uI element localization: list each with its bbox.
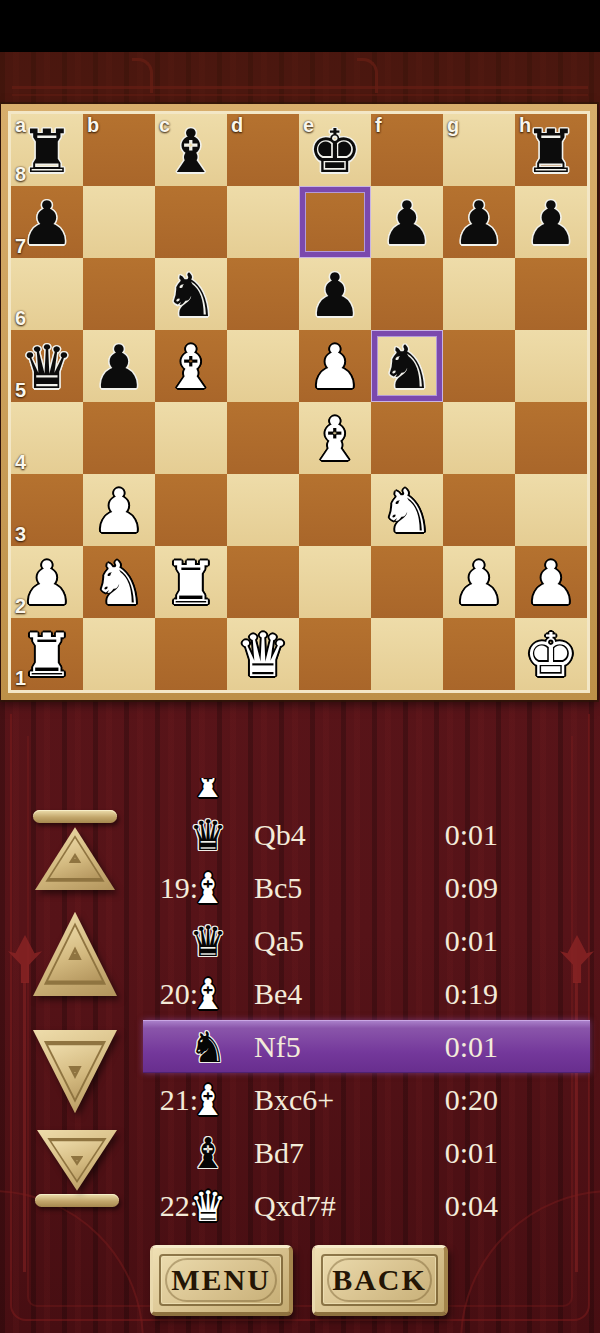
move-san: Bd7 — [254, 1126, 304, 1179]
file-label-e: e — [303, 114, 314, 137]
chess-board-frame: a8♜bc♝de♚fgh♜7♟♟♟♟6♞♟5♛♟♝♟♞4♝3♟♞2♟♞♜♟♟1♜… — [1, 104, 597, 700]
move-piece-icon-white-bishop: ♝ — [185, 778, 231, 808]
move-time: 0:01 — [416, 1126, 498, 1179]
square-h7[interactable]: ♟ — [515, 186, 587, 258]
move-piece-icon-white-queen: ♛ — [185, 1179, 231, 1230]
square-b8[interactable]: b — [83, 114, 155, 186]
black-knight-piece: ♞ — [155, 258, 227, 330]
rank-label-6: 6 — [15, 307, 26, 330]
square-a6[interactable]: 6 — [11, 258, 83, 330]
square-g4[interactable] — [443, 402, 515, 474]
white-pawn-piece: ♟ — [299, 330, 371, 402]
square-e5[interactable]: ♟ — [299, 330, 371, 402]
square-b7[interactable] — [83, 186, 155, 258]
black-knight-piece: ♞ — [371, 330, 443, 402]
square-d2[interactable] — [227, 546, 299, 618]
square-a1[interactable]: 1♜ — [11, 618, 83, 690]
move-time: 0:20 — [416, 1073, 498, 1126]
file-label-d: d — [231, 114, 243, 137]
square-g2[interactable]: ♟ — [443, 546, 515, 618]
black-pawn-piece: ♟ — [299, 258, 371, 330]
square-e6[interactable]: ♟ — [299, 258, 371, 330]
file-label-a: a — [15, 114, 26, 137]
square-b5[interactable]: ♟ — [83, 330, 155, 402]
move-row-Qa5[interactable]: ♛Qa50:01 — [0, 914, 600, 967]
square-d4[interactable] — [227, 402, 299, 474]
menu-button-label: MENU — [153, 1248, 289, 1312]
move-time: 0:19 — [416, 967, 498, 1020]
move-time: 0:04 — [416, 1179, 498, 1230]
move-piece-icon-black-bishop: ♝ — [185, 1126, 231, 1179]
square-f6[interactable] — [371, 258, 443, 330]
move-row-Bd7[interactable]: ♝Bd70:01 — [0, 1126, 600, 1179]
square-f7[interactable]: ♟ — [371, 186, 443, 258]
square-b1[interactable] — [83, 618, 155, 690]
black-pawn-piece: ♟ — [83, 330, 155, 402]
square-h1[interactable]: ♚ — [515, 618, 587, 690]
move-san: Nf5 — [254, 1020, 301, 1073]
square-g8[interactable]: g — [443, 114, 515, 186]
square-c8[interactable]: c♝ — [155, 114, 227, 186]
move-san: Qxd7# — [254, 1179, 336, 1230]
square-c5[interactable]: ♝ — [155, 330, 227, 402]
white-pawn-piece: ♟ — [83, 474, 155, 546]
square-e1[interactable] — [299, 618, 371, 690]
rank-label-8: 8 — [15, 163, 26, 186]
white-bishop-piece: ♝ — [155, 330, 227, 402]
square-a8[interactable]: a8♜ — [11, 114, 83, 186]
square-c6[interactable]: ♞ — [155, 258, 227, 330]
square-d8[interactable]: d — [227, 114, 299, 186]
move-row-Nf5[interactable]: ♞Nf50:01 — [0, 1020, 600, 1073]
square-g1[interactable] — [443, 618, 515, 690]
rank-label-2: 2 — [15, 595, 26, 618]
move-time: 0:01 — [416, 808, 498, 861]
square-b2[interactable]: ♞ — [83, 546, 155, 618]
rank-label-7: 7 — [15, 235, 26, 258]
square-h5[interactable] — [515, 330, 587, 402]
move-san: Qb4 — [254, 808, 306, 861]
square-f5[interactable]: ♞ — [371, 330, 443, 402]
square-d1[interactable]: ♛ — [227, 618, 299, 690]
square-e4[interactable]: ♝ — [299, 402, 371, 474]
move-time: 0:01 — [416, 914, 498, 967]
square-d7[interactable] — [227, 186, 299, 258]
square-g6[interactable] — [443, 258, 515, 330]
white-pawn-piece: ♟ — [443, 546, 515, 618]
square-a5[interactable]: 5♛ — [11, 330, 83, 402]
square-b6[interactable] — [83, 258, 155, 330]
square-h3[interactable] — [515, 474, 587, 546]
square-a4[interactable]: 4 — [11, 402, 83, 474]
back-button-label: BACK — [315, 1248, 444, 1312]
move-row-Bc5[interactable]: 19:♝Bc50:09 — [0, 861, 600, 914]
square-c2[interactable]: ♜ — [155, 546, 227, 618]
square-b4[interactable] — [83, 402, 155, 474]
square-a7[interactable]: 7♟ — [11, 186, 83, 258]
file-label-f: f — [375, 114, 382, 137]
file-label-c: c — [159, 114, 170, 137]
square-e3[interactable] — [299, 474, 371, 546]
back-button[interactable]: BACK — [312, 1245, 448, 1316]
move-san: Be4 — [254, 967, 302, 1020]
move-time: 0:09 — [416, 861, 498, 914]
square-a2[interactable]: 2♟ — [11, 546, 83, 618]
square-c3[interactable] — [155, 474, 227, 546]
move-piece-icon-white-bishop: ♝ — [185, 967, 231, 1020]
move-san: Bc5 — [254, 861, 302, 914]
rank-label-3: 3 — [15, 523, 26, 546]
move-list: ♝♛Qb40:0119:♝Bc50:09♛Qa50:0120:♝Be40:19♞… — [0, 778, 600, 1230]
move-san: Bxc6+ — [254, 1073, 334, 1126]
white-knight-piece: ♞ — [83, 546, 155, 618]
menu-button[interactable]: MENU — [150, 1245, 293, 1316]
rank-label-1: 1 — [15, 667, 26, 690]
square-f2[interactable] — [371, 546, 443, 618]
move-row-partial: ♝ — [0, 778, 600, 808]
square-f8[interactable]: f — [371, 114, 443, 186]
black-pawn-piece: ♟ — [371, 186, 443, 258]
move-row-Bxc6+[interactable]: 21:♝Bxc6+0:20 — [0, 1073, 600, 1126]
black-pawn-piece: ♟ — [515, 186, 587, 258]
square-g5[interactable] — [443, 330, 515, 402]
square-e2[interactable] — [299, 546, 371, 618]
square-e8[interactable]: e♚ — [299, 114, 371, 186]
white-rook-piece: ♜ — [155, 546, 227, 618]
white-bishop-piece: ♝ — [299, 402, 371, 474]
square-c1[interactable] — [155, 618, 227, 690]
square-d5[interactable] — [227, 330, 299, 402]
move-piece-icon-black-queen: ♛ — [185, 808, 231, 861]
square-c7[interactable] — [155, 186, 227, 258]
square-c4[interactable] — [155, 402, 227, 474]
file-label-h: h — [519, 114, 531, 137]
white-pawn-piece: ♟ — [515, 546, 587, 618]
move-row-Qxd7#[interactable]: 22:♛Qxd7#0:04 — [0, 1179, 600, 1230]
move-piece-icon-white-bishop: ♝ — [185, 861, 231, 914]
move-piece-icon-black-knight: ♞ — [185, 1020, 231, 1073]
rank-label-4: 4 — [15, 451, 26, 474]
chess-board: a8♜bc♝de♚fgh♜7♟♟♟♟6♞♟5♛♟♝♟♞4♝3♟♞2♟♞♜♟♟1♜… — [11, 114, 587, 690]
square-f4[interactable] — [371, 402, 443, 474]
square-g7[interactable]: ♟ — [443, 186, 515, 258]
rank-label-5: 5 — [15, 379, 26, 402]
square-h6[interactable] — [515, 258, 587, 330]
white-knight-piece: ♞ — [371, 474, 443, 546]
square-h8[interactable]: h♜ — [515, 114, 587, 186]
app-screen: a8♜bc♝de♚fgh♜7♟♟♟♟6♞♟5♛♟♝♟♞4♝3♟♞2♟♞♜♟♟1♜… — [0, 0, 600, 1333]
square-e7[interactable] — [299, 186, 371, 258]
top-wood-band — [0, 52, 600, 105]
move-piece-icon-black-queen: ♛ — [185, 914, 231, 967]
square-f3[interactable]: ♞ — [371, 474, 443, 546]
square-g3[interactable] — [443, 474, 515, 546]
square-d3[interactable] — [227, 474, 299, 546]
status-bar — [0, 0, 600, 52]
square-h2[interactable]: ♟ — [515, 546, 587, 618]
black-pawn-piece: ♟ — [443, 186, 515, 258]
file-label-b: b — [87, 114, 99, 137]
white-queen-piece: ♛ — [227, 618, 299, 690]
move-san: Qa5 — [254, 914, 304, 967]
square-a3[interactable]: 3 — [11, 474, 83, 546]
file-label-g: g — [447, 114, 459, 137]
square-h4[interactable] — [515, 402, 587, 474]
move-row-Qb4[interactable]: ♛Qb40:01 — [0, 808, 600, 861]
move-row-Be4[interactable]: 20:♝Be40:19 — [0, 967, 600, 1020]
square-b3[interactable]: ♟ — [83, 474, 155, 546]
move-time: 0:01 — [416, 1020, 498, 1073]
white-king-piece: ♚ — [515, 618, 587, 690]
move-piece-icon-white-bishop: ♝ — [185, 1073, 231, 1126]
square-f1[interactable] — [371, 618, 443, 690]
square-d6[interactable] — [227, 258, 299, 330]
